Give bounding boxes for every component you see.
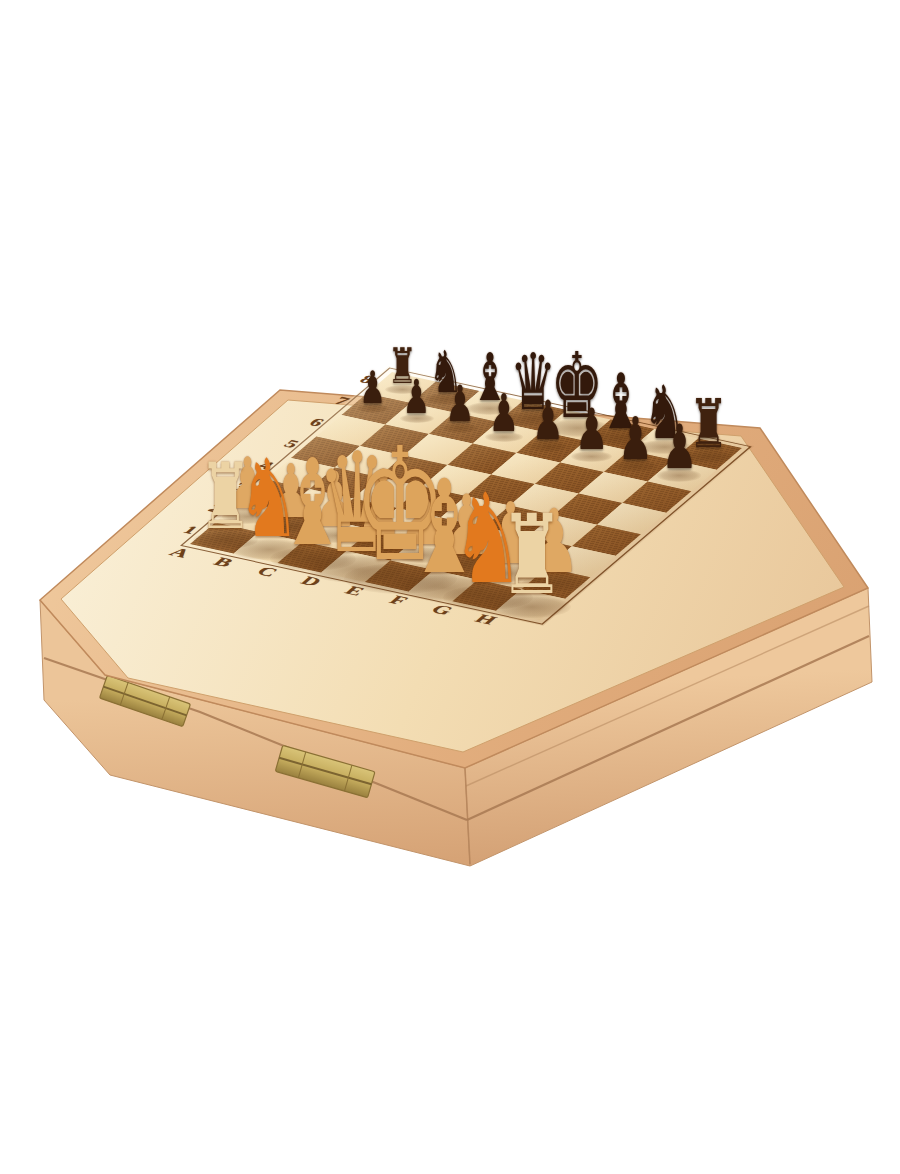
photo-stage: ABCDEFGH 12345678 ♜♞♝♛♚♝♞♜♟♟♟♟♟♟♟♟♟♟♟♟♟♟… [0, 0, 900, 1174]
